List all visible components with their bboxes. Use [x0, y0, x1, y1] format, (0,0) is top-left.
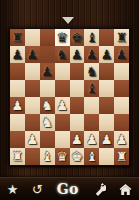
square-f2[interactable]: ♟ — [84, 131, 99, 148]
square-f3[interactable] — [84, 114, 99, 131]
square-a3[interactable] — [10, 114, 25, 131]
square-e2[interactable]: ♟ — [70, 131, 85, 148]
black-pawn-f7: ♟ — [86, 48, 98, 61]
square-b7[interactable]: ♟ — [25, 46, 40, 63]
square-h5[interactable] — [114, 80, 129, 97]
square-c6[interactable]: ♟ — [40, 63, 55, 80]
square-b3[interactable] — [25, 114, 40, 131]
square-f6[interactable]: ♞ — [84, 63, 99, 80]
white-rook-a1: ♜ — [12, 150, 24, 163]
black-rook-a8: ♜ — [12, 31, 24, 44]
square-f8[interactable]: ♝ — [84, 29, 99, 46]
square-g7[interactable]: ♟ — [99, 46, 114, 63]
square-h6[interactable] — [114, 63, 129, 80]
square-g8[interactable] — [99, 29, 114, 46]
square-d7[interactable]: ♞ — [55, 46, 70, 63]
settings-button[interactable] — [93, 178, 106, 200]
black-pawn-a7: ♟ — [12, 48, 24, 61]
bottom-toolbar: ★ ↺ Go — [0, 177, 139, 200]
black-bishop-f8: ♝ — [86, 31, 98, 44]
square-d3[interactable] — [55, 114, 70, 131]
white-pawn-f2: ♟ — [86, 133, 98, 146]
square-e8[interactable]: ♚ — [70, 29, 85, 46]
white-king-e1: ♚ — [71, 150, 83, 163]
white-bishop-c1: ♝ — [41, 150, 53, 163]
black-queen-d8: ♛ — [56, 31, 68, 44]
black-rook-h8: ♜ — [116, 31, 128, 44]
favorites-button[interactable]: ★ — [7, 178, 19, 200]
square-a8[interactable]: ♜ — [10, 29, 25, 46]
square-d4[interactable]: ♟ — [55, 97, 70, 114]
chess-board[interactable]: ♜♛♚♝♜♟♟♞♟♟♟♟♟♞♝♟♞♟♞♟♟♟♟♟♜♝♛♚♝♜ — [9, 28, 130, 166]
square-c5[interactable] — [40, 80, 55, 97]
square-b6[interactable] — [25, 63, 40, 80]
undo-button[interactable]: ↺ — [32, 178, 43, 200]
wrench-icon — [93, 183, 106, 196]
square-h1[interactable]: ♜ — [114, 148, 129, 165]
white-knight-c4: ♞ — [41, 99, 53, 112]
square-e1[interactable]: ♚ — [70, 148, 85, 165]
square-b1[interactable] — [25, 148, 40, 165]
black-pawn-e7: ♟ — [71, 48, 83, 61]
square-f7[interactable]: ♟ — [84, 46, 99, 63]
square-e4[interactable] — [70, 97, 85, 114]
square-b5[interactable] — [25, 80, 40, 97]
white-pawn-b2: ♟ — [26, 133, 38, 146]
white-queen-d1: ♛ — [56, 150, 68, 163]
square-g5[interactable] — [99, 80, 114, 97]
square-e6[interactable] — [70, 63, 85, 80]
square-a1[interactable]: ♜ — [10, 148, 25, 165]
black-pawn-c6: ♟ — [41, 65, 53, 78]
move-marker-triangle-icon — [62, 17, 74, 24]
square-a2[interactable] — [10, 131, 25, 148]
white-pawn-d4: ♟ — [56, 99, 68, 112]
go-button[interactable]: Go — [57, 178, 79, 200]
square-f5[interactable]: ♝ — [84, 80, 99, 97]
square-d2[interactable] — [55, 131, 70, 148]
white-pawn-a4: ♟ — [12, 99, 24, 112]
go-button-label: Go — [57, 181, 79, 197]
square-g1[interactable] — [99, 148, 114, 165]
black-pawn-b7: ♟ — [26, 48, 38, 61]
square-c4[interactable]: ♞ — [40, 97, 55, 114]
square-b4[interactable] — [25, 97, 40, 114]
white-pawn-g2: ♟ — [101, 133, 113, 146]
star-icon: ★ — [7, 183, 19, 196]
square-h2[interactable]: ♟ — [114, 131, 129, 148]
square-d8[interactable]: ♛ — [55, 29, 70, 46]
square-e5[interactable] — [70, 80, 85, 97]
square-g4[interactable] — [99, 97, 114, 114]
square-g3[interactable] — [99, 114, 114, 131]
black-pawn-g7: ♟ — [101, 48, 113, 61]
square-c3[interactable]: ♞ — [40, 114, 55, 131]
square-b8[interactable] — [25, 29, 40, 46]
home-icon — [119, 183, 132, 196]
black-bishop-f5: ♝ — [86, 82, 98, 95]
white-bishop-f1: ♝ — [86, 150, 98, 163]
white-knight-c3: ♞ — [41, 116, 53, 129]
square-d5[interactable] — [55, 80, 70, 97]
chess-app-screen: ♜♛♚♝♜♟♟♞♟♟♟♟♟♞♝♟♞♟♞♟♟♟♟♟♜♝♛♚♝♜ ★ ↺ Go — [0, 0, 139, 200]
white-rook-h1: ♜ — [116, 150, 128, 163]
white-pawn-h2: ♟ — [116, 133, 128, 146]
square-e7[interactable]: ♟ — [70, 46, 85, 63]
square-c7[interactable] — [40, 46, 55, 63]
home-button[interactable] — [119, 178, 132, 200]
square-f1[interactable]: ♝ — [84, 148, 99, 165]
black-knight-d7: ♞ — [56, 48, 68, 61]
square-d6[interactable] — [55, 63, 70, 80]
square-g6[interactable] — [99, 63, 114, 80]
black-king-e8: ♚ — [71, 31, 83, 44]
square-a4[interactable]: ♟ — [10, 97, 25, 114]
undo-arrow-icon: ↺ — [32, 183, 43, 196]
square-h3[interactable] — [114, 114, 129, 131]
square-h8[interactable]: ♜ — [114, 29, 129, 46]
square-c2[interactable] — [40, 131, 55, 148]
square-h7[interactable]: ♟ — [114, 46, 129, 63]
square-c1[interactable]: ♝ — [40, 148, 55, 165]
square-e3[interactable] — [70, 114, 85, 131]
black-pawn-h7: ♟ — [116, 48, 128, 61]
square-d1[interactable]: ♛ — [55, 148, 70, 165]
white-pawn-e2: ♟ — [71, 133, 83, 146]
square-h4[interactable] — [114, 97, 129, 114]
square-b2[interactable]: ♟ — [25, 131, 40, 148]
square-g2[interactable]: ♟ — [99, 131, 114, 148]
square-a6[interactable] — [10, 63, 25, 80]
square-f4[interactable] — [84, 97, 99, 114]
square-c8[interactable] — [40, 29, 55, 46]
black-knight-f6: ♞ — [86, 65, 98, 78]
square-a7[interactable]: ♟ — [10, 46, 25, 63]
square-a5[interactable] — [10, 80, 25, 97]
